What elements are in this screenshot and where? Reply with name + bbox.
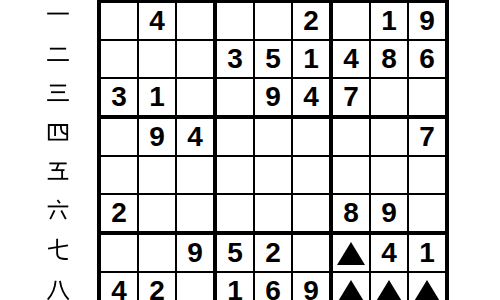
given-digit: 9	[187, 239, 203, 267]
given-digit: 8	[343, 199, 359, 227]
triangle-marker	[413, 280, 441, 300]
given-digit: 9	[265, 83, 281, 111]
cell-r4c1[interactable]	[101, 119, 139, 157]
cell-r7c1[interactable]	[101, 235, 139, 273]
cell-r2c9[interactable]: 6	[409, 41, 445, 79]
cell-r1c3[interactable]	[177, 3, 217, 41]
row-label-column	[0, 0, 97, 300]
cjk-numeral-icon	[45, 79, 71, 105]
cell-r6c4[interactable]	[217, 195, 255, 235]
cell-r1c4[interactable]	[217, 3, 255, 41]
cell-r2c5[interactable]: 5	[255, 41, 293, 79]
cell-r2c3[interactable]	[177, 41, 217, 79]
cell-r2c7[interactable]: 4	[333, 41, 371, 79]
cell-r3c7[interactable]: 7	[333, 79, 371, 119]
cell-r6c6[interactable]	[293, 195, 333, 235]
given-digit: 7	[343, 83, 359, 111]
cell-r1c8[interactable]: 1	[371, 3, 409, 41]
given-digit: 4	[149, 7, 165, 35]
given-digit: 6	[265, 277, 281, 300]
cell-r4c7[interactable]	[333, 119, 371, 157]
given-digit: 9	[419, 7, 435, 35]
given-digit: 4	[187, 123, 203, 151]
given-digit: 5	[227, 239, 243, 267]
given-digit: 1	[149, 83, 165, 111]
cell-r5c5[interactable]	[255, 157, 293, 195]
cell-r5c8[interactable]	[371, 157, 409, 195]
cell-r3c2[interactable]: 1	[139, 79, 177, 119]
cell-r7c4[interactable]: 5	[217, 235, 255, 273]
given-digit: 9	[149, 123, 165, 151]
cell-r4c9[interactable]: 7	[409, 119, 445, 157]
given-digit: 3	[227, 45, 243, 73]
row-label-5	[45, 158, 71, 184]
cell-r1c2[interactable]: 4	[139, 3, 177, 41]
cell-r5c1[interactable]	[101, 157, 139, 195]
cell-r8c3[interactable]	[177, 273, 217, 300]
cell-r4c4[interactable]	[217, 119, 255, 157]
given-digit: 1	[227, 277, 243, 300]
row-label-1	[45, 0, 71, 26]
triangle-marker	[337, 280, 365, 300]
cell-r7c2[interactable]	[139, 235, 177, 273]
cell-r7c8[interactable]: 4	[371, 235, 409, 273]
cjk-numeral-icon	[45, 277, 71, 300]
given-digit: 1	[303, 45, 319, 73]
given-digit: 1	[419, 239, 435, 267]
cjk-numeral-icon	[45, 158, 71, 184]
cell-r1c6[interactable]: 2	[293, 3, 333, 41]
given-digit: 2	[303, 7, 319, 35]
given-digit: 4	[111, 277, 127, 300]
cell-r5c6[interactable]	[293, 157, 333, 195]
given-digit: 1	[381, 7, 397, 35]
cell-r3c3[interactable]	[177, 79, 217, 119]
cell-r3c4[interactable]	[217, 79, 255, 119]
cell-r5c2[interactable]	[139, 157, 177, 195]
cell-r8c5[interactable]: 6	[255, 273, 293, 300]
cell-r4c8[interactable]	[371, 119, 409, 157]
cell-r8c1[interactable]: 4	[101, 273, 139, 300]
cell-r2c1[interactable]	[101, 41, 139, 79]
cell-r2c4[interactable]: 3	[217, 41, 255, 79]
cell-r7c7[interactable]	[333, 235, 371, 273]
cell-r8c6[interactable]: 9	[293, 273, 333, 300]
row-label-7	[45, 237, 71, 263]
cell-r3c9[interactable]	[409, 79, 445, 119]
row-label-8	[45, 277, 71, 300]
cell-r5c9[interactable]	[409, 157, 445, 195]
cell-r3c6[interactable]: 4	[293, 79, 333, 119]
cell-r8c8[interactable]	[371, 273, 409, 300]
cell-r7c6[interactable]	[293, 235, 333, 273]
cell-r6c2[interactable]	[139, 195, 177, 235]
row-label-3	[45, 79, 71, 105]
cjk-numeral-icon	[45, 0, 71, 26]
given-digit: 4	[381, 239, 397, 267]
given-digit: 2	[111, 199, 127, 227]
cjk-numeral-icon	[45, 40, 71, 66]
given-digit: 9	[303, 277, 319, 300]
cell-r6c7[interactable]: 8	[333, 195, 371, 235]
cell-r6c5[interactable]	[255, 195, 293, 235]
cell-r4c5[interactable]	[255, 119, 293, 157]
row-label-2	[45, 40, 71, 66]
cell-r7c5[interactable]: 2	[255, 235, 293, 273]
given-digit: 7	[419, 123, 435, 151]
given-digit: 2	[149, 277, 165, 300]
row-label-4	[45, 119, 71, 145]
cell-r7c9[interactable]: 1	[409, 235, 445, 273]
given-digit: 8	[381, 45, 397, 73]
cell-r4c6[interactable]	[293, 119, 333, 157]
given-digit: 5	[265, 45, 281, 73]
cell-r5c3[interactable]	[177, 157, 217, 195]
given-digit: 9	[381, 199, 397, 227]
sudoku-board: 4219351486319479472899524142169	[97, 0, 449, 300]
cell-r1c5[interactable]	[255, 3, 293, 41]
cell-r1c7[interactable]	[333, 3, 371, 41]
cell-r1c9[interactable]: 9	[409, 3, 445, 41]
cell-r6c9[interactable]	[409, 195, 445, 235]
cell-r4c2[interactable]: 9	[139, 119, 177, 157]
cell-r2c2[interactable]	[139, 41, 177, 79]
cell-r6c8[interactable]: 9	[371, 195, 409, 235]
cell-r8c4[interactable]: 1	[217, 273, 255, 300]
sudoku-grid: 4219351486319479472899524142169	[101, 3, 445, 300]
triangle-marker	[375, 280, 403, 300]
cell-r2c8[interactable]: 8	[371, 41, 409, 79]
triangle-marker	[337, 242, 365, 265]
given-digit: 4	[343, 45, 359, 73]
cell-r8c7[interactable]	[333, 273, 371, 300]
cell-r5c7[interactable]	[333, 157, 371, 195]
sudoku-screenshot: 4219351486319479472899524142169	[0, 0, 500, 300]
given-digit: 6	[419, 45, 435, 73]
cell-r6c3[interactable]	[177, 195, 217, 235]
given-digit: 2	[265, 239, 281, 267]
cjk-numeral-icon	[45, 198, 71, 224]
cell-r5c4[interactable]	[217, 157, 255, 195]
cell-r8c9[interactable]	[409, 273, 445, 300]
given-digit: 3	[111, 83, 127, 111]
cell-r2c6[interactable]: 1	[293, 41, 333, 79]
cell-r6c1[interactable]: 2	[101, 195, 139, 235]
cjk-numeral-icon	[45, 119, 71, 145]
cell-r8c2[interactable]: 2	[139, 273, 177, 300]
cell-r4c3[interactable]: 4	[177, 119, 217, 157]
row-label-6	[45, 198, 71, 224]
cell-r1c1[interactable]	[101, 3, 139, 41]
cell-r3c1[interactable]: 3	[101, 79, 139, 119]
given-digit: 4	[303, 83, 319, 111]
cell-r7c3[interactable]: 9	[177, 235, 217, 273]
cell-r3c5[interactable]: 9	[255, 79, 293, 119]
cjk-numeral-icon	[45, 237, 71, 263]
cell-r3c8[interactable]	[371, 79, 409, 119]
